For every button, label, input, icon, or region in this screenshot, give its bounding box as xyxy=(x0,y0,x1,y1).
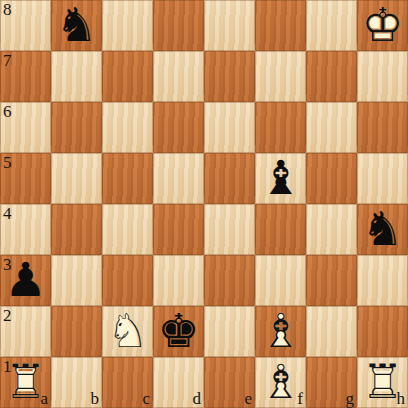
square-c5[interactable] xyxy=(102,153,153,204)
piece-black-bishop[interactable]: ♝ xyxy=(255,153,306,204)
rank-label-8: 8 xyxy=(3,0,12,20)
white-king-outline-icon: ♔ xyxy=(361,0,403,47)
black-pawn-icon: ♟ xyxy=(4,255,46,302)
white-knight-outline-icon: ♘ xyxy=(106,306,148,353)
square-h4[interactable]: ♞ xyxy=(357,204,408,255)
square-d4[interactable] xyxy=(153,204,204,255)
black-king-icon: ♚ xyxy=(157,306,199,353)
square-g6[interactable] xyxy=(306,102,357,153)
square-c1[interactable]: c xyxy=(102,357,153,408)
rank-label-7: 7 xyxy=(3,51,12,71)
square-h1[interactable]: h♜♖ xyxy=(357,357,408,408)
square-b5[interactable] xyxy=(51,153,102,204)
piece-white-rook[interactable]: ♜♖ xyxy=(357,357,408,408)
square-g4[interactable] xyxy=(306,204,357,255)
square-h3[interactable] xyxy=(357,255,408,306)
file-label-g: g xyxy=(346,390,355,408)
square-e1[interactable]: e xyxy=(204,357,255,408)
black-knight-icon: ♞ xyxy=(361,204,403,251)
square-f2[interactable]: ♝♗ xyxy=(255,306,306,357)
square-d3[interactable] xyxy=(153,255,204,306)
square-g8[interactable] xyxy=(306,0,357,51)
square-a7[interactable]: 7 xyxy=(0,51,51,102)
square-f5[interactable]: ♝ xyxy=(255,153,306,204)
white-bishop-outline-icon: ♗ xyxy=(259,306,301,353)
rank-label-2: 2 xyxy=(3,306,12,326)
square-b2[interactable] xyxy=(51,306,102,357)
square-a6[interactable]: 6 xyxy=(0,102,51,153)
square-h8[interactable]: ♚♔ xyxy=(357,0,408,51)
square-a8[interactable]: 8 xyxy=(0,0,51,51)
square-c2[interactable]: ♞♘ xyxy=(102,306,153,357)
square-d7[interactable] xyxy=(153,51,204,102)
piece-white-knight[interactable]: ♞♘ xyxy=(102,306,153,357)
black-bishop-icon: ♝ xyxy=(259,153,301,200)
square-b1[interactable]: b xyxy=(51,357,102,408)
square-b8[interactable]: ♞ xyxy=(51,0,102,51)
square-d2[interactable]: ♚ xyxy=(153,306,204,357)
chess-board: 8♞♚♔765♝4♞3♟2♞♘♚♝♗1a♜♖bcdef♝♗gh♜♖ xyxy=(0,0,408,408)
square-g3[interactable] xyxy=(306,255,357,306)
square-f1[interactable]: f♝♗ xyxy=(255,357,306,408)
square-d8[interactable] xyxy=(153,0,204,51)
rank-label-4: 4 xyxy=(3,204,12,224)
square-f4[interactable] xyxy=(255,204,306,255)
square-c3[interactable] xyxy=(102,255,153,306)
piece-black-knight[interactable]: ♞ xyxy=(51,0,102,51)
square-a2[interactable]: 2 xyxy=(0,306,51,357)
square-e7[interactable] xyxy=(204,51,255,102)
file-label-b: b xyxy=(91,390,100,408)
square-b7[interactable] xyxy=(51,51,102,102)
square-h2[interactable] xyxy=(357,306,408,357)
square-d1[interactable]: d xyxy=(153,357,204,408)
square-e3[interactable] xyxy=(204,255,255,306)
white-rook-outline-icon: ♖ xyxy=(4,357,46,404)
file-label-d: d xyxy=(193,390,202,408)
square-b4[interactable] xyxy=(51,204,102,255)
square-f3[interactable] xyxy=(255,255,306,306)
square-c6[interactable] xyxy=(102,102,153,153)
piece-white-rook[interactable]: ♜♖ xyxy=(0,357,51,408)
square-b6[interactable] xyxy=(51,102,102,153)
square-g2[interactable] xyxy=(306,306,357,357)
square-g5[interactable] xyxy=(306,153,357,204)
file-label-e: e xyxy=(244,390,252,408)
square-f8[interactable] xyxy=(255,0,306,51)
square-e6[interactable] xyxy=(204,102,255,153)
square-a3[interactable]: 3♟ xyxy=(0,255,51,306)
square-a1[interactable]: 1a♜♖ xyxy=(0,357,51,408)
piece-white-bishop[interactable]: ♝♗ xyxy=(255,357,306,408)
piece-black-knight[interactable]: ♞ xyxy=(357,204,408,255)
white-rook-outline-icon: ♖ xyxy=(361,357,403,404)
square-c7[interactable] xyxy=(102,51,153,102)
square-h7[interactable] xyxy=(357,51,408,102)
square-h5[interactable] xyxy=(357,153,408,204)
square-e4[interactable] xyxy=(204,204,255,255)
square-b3[interactable] xyxy=(51,255,102,306)
square-f7[interactable] xyxy=(255,51,306,102)
file-label-c: c xyxy=(142,390,150,408)
square-e8[interactable] xyxy=(204,0,255,51)
square-h6[interactable] xyxy=(357,102,408,153)
rank-label-6: 6 xyxy=(3,102,12,122)
square-e5[interactable] xyxy=(204,153,255,204)
rank-label-5: 5 xyxy=(3,153,12,173)
piece-white-king[interactable]: ♚♔ xyxy=(357,0,408,51)
square-g7[interactable] xyxy=(306,51,357,102)
square-e2[interactable] xyxy=(204,306,255,357)
square-d5[interactable] xyxy=(153,153,204,204)
square-g1[interactable]: g xyxy=(306,357,357,408)
square-d6[interactable] xyxy=(153,102,204,153)
square-a4[interactable]: 4 xyxy=(0,204,51,255)
piece-black-pawn[interactable]: ♟ xyxy=(0,255,51,306)
square-f6[interactable] xyxy=(255,102,306,153)
black-knight-icon: ♞ xyxy=(55,0,97,47)
square-c4[interactable] xyxy=(102,204,153,255)
square-c8[interactable] xyxy=(102,0,153,51)
white-bishop-outline-icon: ♗ xyxy=(259,357,301,404)
piece-black-king[interactable]: ♚ xyxy=(153,306,204,357)
piece-white-bishop[interactable]: ♝♗ xyxy=(255,306,306,357)
square-a5[interactable]: 5 xyxy=(0,153,51,204)
